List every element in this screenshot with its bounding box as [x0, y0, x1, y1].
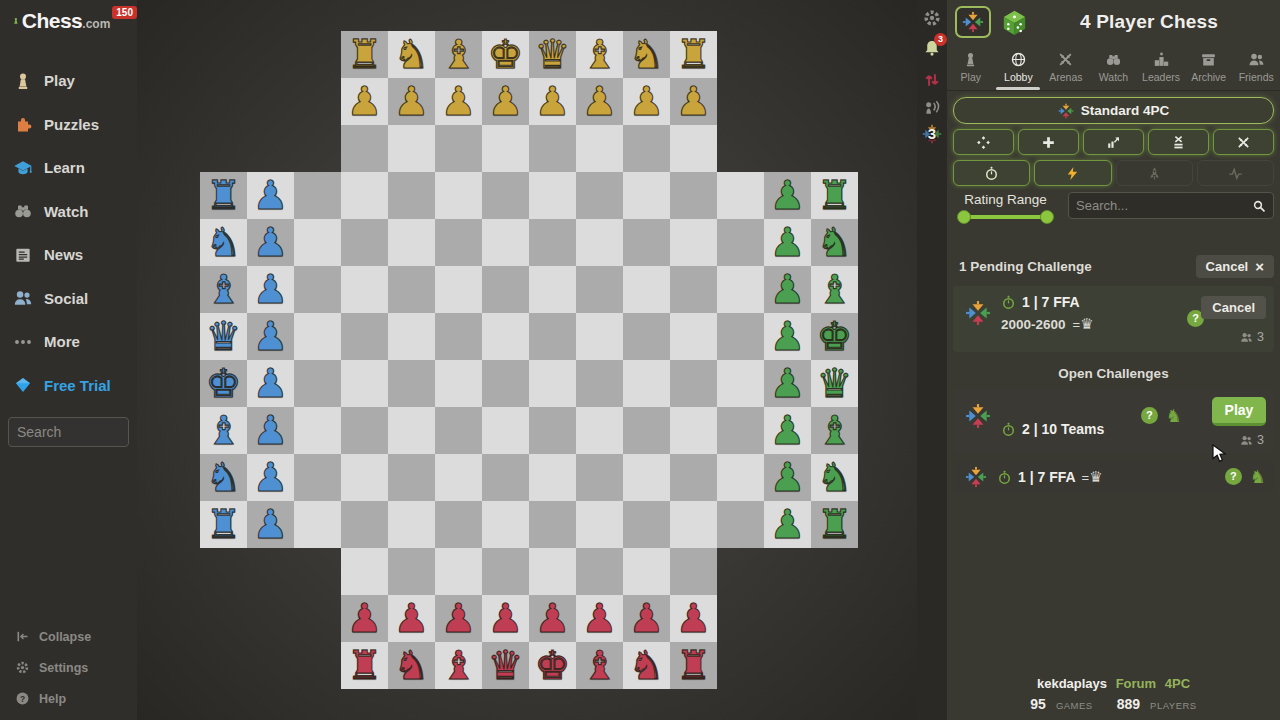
yellow-rook[interactable]: ♜ — [341, 31, 388, 78]
green-rook[interactable]: ♜ — [811, 172, 858, 219]
yellow-king[interactable]: ♚ — [482, 31, 529, 78]
square-r7-c9[interactable] — [576, 313, 623, 360]
square-r13-c11[interactable]: ♟ — [670, 595, 717, 642]
rail-4pc-button[interactable]: 3 — [922, 124, 942, 144]
square-r11-c9[interactable] — [576, 501, 623, 548]
square-r10-c3[interactable] — [294, 454, 341, 501]
square-r6-c9[interactable] — [576, 266, 623, 313]
square-r4-c3[interactable] — [294, 172, 341, 219]
square-r4-c11[interactable] — [670, 172, 717, 219]
red-rook[interactable]: ♜ — [670, 642, 717, 689]
square-r9-c9[interactable] — [576, 407, 623, 454]
square-r11-c14[interactable]: ♜ — [811, 501, 858, 548]
square-r4-c7[interactable] — [482, 172, 529, 219]
square-r9-c5[interactable] — [388, 407, 435, 454]
yellow-pawn[interactable]: ♟ — [388, 78, 435, 125]
square-r8-c9[interactable] — [576, 360, 623, 407]
square-r8-c5[interactable] — [388, 360, 435, 407]
square-r14-c6[interactable]: ♝ — [435, 642, 482, 689]
sidebar-item-free-trial[interactable]: Free Trial — [0, 364, 137, 408]
square-r5-c9[interactable] — [576, 219, 623, 266]
blue-knight[interactable]: ♞ — [200, 219, 247, 266]
sidebar-item-more[interactable]: More — [0, 320, 137, 364]
square-r9-c1[interactable]: ♝ — [200, 407, 247, 454]
red-pawn[interactable]: ♟ — [623, 595, 670, 642]
blue-knight[interactable]: ♞ — [200, 454, 247, 501]
dice-icon[interactable] — [1001, 9, 1028, 36]
square-r11-c7[interactable] — [482, 501, 529, 548]
yellow-pawn[interactable]: ♟ — [670, 78, 717, 125]
square-r7-c3[interactable] — [294, 313, 341, 360]
square-r8-c2[interactable]: ♟ — [247, 360, 294, 407]
square-r13-c3 — [294, 595, 341, 642]
cancel-all-button[interactable]: Cancel × — [1196, 255, 1274, 278]
square-r9-c12[interactable] — [717, 407, 764, 454]
sidebar-collapse-button[interactable]: Collapse — [0, 621, 137, 652]
sidebar-item-puzzles[interactable]: Puzzles — [0, 103, 137, 147]
square-r6-c12[interactable] — [717, 266, 764, 313]
players-icon — [1240, 331, 1253, 344]
square-r9-c2[interactable]: ♟ — [247, 407, 294, 454]
square-r14-c8[interactable]: ♚ — [529, 642, 576, 689]
square-r1-c3 — [294, 31, 341, 78]
square-r14-c3 — [294, 642, 341, 689]
square-r7-c7[interactable] — [482, 313, 529, 360]
square-r12-c10[interactable] — [623, 548, 670, 595]
square-r3-c3 — [294, 125, 341, 172]
filter-blitz-button[interactable] — [1034, 160, 1111, 186]
square-r8-c12[interactable] — [717, 360, 764, 407]
square-r4-c12[interactable] — [717, 172, 764, 219]
lobby-panel: 4 Player Chess PlayLobbyArenasWatchLeade… — [947, 0, 1280, 720]
square-r2-c7[interactable]: ♟ — [482, 78, 529, 125]
square-r5-c12[interactable] — [717, 219, 764, 266]
tab-leaders[interactable]: Leaders — [1137, 44, 1185, 90]
green-pawn[interactable]: ♟ — [764, 454, 811, 501]
red-bishop[interactable]: ♝ — [435, 642, 482, 689]
square-r1-c8[interactable]: ♛ — [529, 31, 576, 78]
square-r5-c1[interactable]: ♞ — [200, 219, 247, 266]
red-pawn[interactable]: ♟ — [529, 595, 576, 642]
sidebar-help-button[interactable]: Help — [0, 683, 137, 714]
square-r3-c2 — [247, 125, 294, 172]
square-r5-c7[interactable] — [482, 219, 529, 266]
square-r9-c14[interactable]: ♝ — [811, 407, 858, 454]
square-r4-c14[interactable]: ♜ — [811, 172, 858, 219]
play-button[interactable]: Play — [1212, 397, 1266, 426]
square-r5-c10[interactable] — [623, 219, 670, 266]
help-icon[interactable]: ? — [1141, 407, 1158, 424]
green-knight[interactable]: ♞ — [811, 219, 858, 266]
rail-broadcast-button[interactable] — [922, 98, 942, 118]
square-r6-c1[interactable]: ♝ — [200, 266, 247, 313]
search-icon[interactable] — [1252, 199, 1266, 213]
square-r10-c8[interactable] — [529, 454, 576, 501]
square-r12-c6[interactable] — [435, 548, 482, 595]
square-r9-c13[interactable]: ♟ — [764, 407, 811, 454]
tab-archive[interactable]: Archive — [1185, 44, 1233, 90]
square-r11-c2[interactable]: ♟ — [247, 501, 294, 548]
square-r1-c9[interactable]: ♝ — [576, 31, 623, 78]
square-r6-c4[interactable] — [341, 266, 388, 313]
square-r13-c7[interactable]: ♟ — [482, 595, 529, 642]
knight-icon[interactable]: ♞ — [1166, 407, 1182, 424]
square-r14-c10[interactable]: ♞ — [623, 642, 670, 689]
board-area: ♜♞♝♚♛♝♞♜♟♟♟♟♟♟♟♟♜♟♟♜♞♟♟♞♝♟♟♝♛♟♟♚♚♟♟♛♝♟♟♝… — [137, 0, 917, 720]
yellow-pawn[interactable]: ♟ — [529, 78, 576, 125]
yellow-pawn[interactable]: ♟ — [623, 78, 670, 125]
blue-pawn[interactable]: ♟ — [247, 454, 294, 501]
square-r5-c5[interactable] — [388, 219, 435, 266]
yellow-rook[interactable]: ♜ — [670, 31, 717, 78]
pending-player-count: 3 — [1240, 330, 1264, 344]
square-r10-c14[interactable]: ♞ — [811, 454, 858, 501]
filter-hyper-button[interactable] — [1197, 160, 1274, 186]
four-player-icon — [965, 300, 991, 326]
square-r1-c6[interactable]: ♝ — [435, 31, 482, 78]
filter-rated-button[interactable] — [1083, 129, 1144, 155]
square-r9-c11[interactable] — [670, 407, 717, 454]
chesscom-logo[interactable]: Chess .com 150 — [0, 0, 137, 39]
square-r6-c8[interactable] — [529, 266, 576, 313]
sidebar-item-learn[interactable]: Learn — [0, 146, 137, 190]
green-king[interactable]: ♚ — [811, 313, 858, 360]
square-r13-c4[interactable]: ♟ — [341, 595, 388, 642]
square-r13-c1 — [200, 595, 247, 642]
filter-unrated-button[interactable] — [1148, 129, 1209, 155]
square-r13-c5[interactable]: ♟ — [388, 595, 435, 642]
sidebar-search-input[interactable] — [8, 417, 129, 447]
tab-play[interactable]: Play — [947, 44, 995, 90]
blue-queen[interactable]: ♛ — [200, 313, 247, 360]
yellow-knight[interactable]: ♞ — [388, 31, 435, 78]
square-r4-c6[interactable] — [435, 172, 482, 219]
square-r10-c5[interactable] — [388, 454, 435, 501]
blue-bishop[interactable]: ♝ — [200, 266, 247, 313]
square-r3-c9[interactable] — [576, 125, 623, 172]
square-r10-c10[interactable] — [623, 454, 670, 501]
square-r10-c6[interactable] — [435, 454, 482, 501]
square-r7-c4[interactable] — [341, 313, 388, 360]
square-r2-c4[interactable]: ♟ — [341, 78, 388, 125]
rail-notifications-button[interactable]: 3 — [922, 38, 942, 58]
square-r11-c4[interactable] — [341, 501, 388, 548]
square-r11-c6[interactable] — [435, 501, 482, 548]
square-r4-c10[interactable] — [623, 172, 670, 219]
square-r7-c6[interactable] — [435, 313, 482, 360]
square-r3-c8[interactable] — [529, 125, 576, 172]
green-rook[interactable]: ♜ — [811, 501, 858, 548]
square-r6-c6[interactable] — [435, 266, 482, 313]
square-r11-c5[interactable] — [388, 501, 435, 548]
square-r6-c14[interactable]: ♝ — [811, 266, 858, 313]
square-r10-c1[interactable]: ♞ — [200, 454, 247, 501]
square-r12-c9[interactable] — [576, 548, 623, 595]
square-r4-c2[interactable]: ♟ — [247, 172, 294, 219]
square-r8-c8[interactable] — [529, 360, 576, 407]
square-r9-c4[interactable] — [341, 407, 388, 454]
red-pawn[interactable]: ♟ — [435, 595, 482, 642]
more-icon — [13, 332, 33, 352]
square-r1-c10[interactable]: ♞ — [623, 31, 670, 78]
square-r9-c10[interactable] — [623, 407, 670, 454]
red-knight[interactable]: ♞ — [623, 642, 670, 689]
square-r11-c3[interactable] — [294, 501, 341, 548]
square-r11-c11[interactable] — [670, 501, 717, 548]
green-pawn[interactable]: ♟ — [764, 266, 811, 313]
square-r14-c7[interactable]: ♛ — [482, 642, 529, 689]
yellow-pawn[interactable]: ♟ — [482, 78, 529, 125]
rail-swap-button[interactable] — [922, 70, 942, 90]
tab-arenas[interactable]: Arenas — [1042, 44, 1090, 90]
blue-rook[interactable]: ♜ — [200, 501, 247, 548]
pending-challenge-header: 1 Pending Challenge Cancel × — [953, 255, 1274, 278]
blue-rook[interactable]: ♜ — [200, 172, 247, 219]
yellow-pawn[interactable]: ♟ — [435, 78, 482, 125]
help-icon[interactable]: ? — [1225, 468, 1242, 485]
blue-pawn[interactable]: ♟ — [247, 313, 294, 360]
green-bishop[interactable]: ♝ — [811, 407, 858, 454]
square-r7-c1[interactable]: ♛ — [200, 313, 247, 360]
filter-solo-button[interactable] — [953, 129, 1014, 155]
square-r3-c5[interactable] — [388, 125, 435, 172]
square-r4-c9[interactable] — [576, 172, 623, 219]
filter-custom-button[interactable] — [1213, 129, 1274, 155]
square-r8-c14[interactable]: ♛ — [811, 360, 858, 407]
square-r6-c5[interactable] — [388, 266, 435, 313]
red-pawn[interactable]: ♟ — [482, 595, 529, 642]
green-bishop[interactable]: ♝ — [811, 266, 858, 313]
square-r14-c9[interactable]: ♝ — [576, 642, 623, 689]
red-pawn[interactable]: ♟ — [341, 595, 388, 642]
square-r2-c10[interactable]: ♟ — [623, 78, 670, 125]
square-r6-c7[interactable] — [482, 266, 529, 313]
standard-4pc-button[interactable]: Standard 4PC — [953, 97, 1274, 124]
square-r5-c3[interactable] — [294, 219, 341, 266]
green-pawn[interactable]: ♟ — [764, 501, 811, 548]
square-r12-c11[interactable] — [670, 548, 717, 595]
square-r10-c9[interactable] — [576, 454, 623, 501]
yellow-pawn[interactable]: ♟ — [341, 78, 388, 125]
square-r11-c8[interactable] — [529, 501, 576, 548]
sidebar-nav: PlayPuzzlesLearnWatchNewsSocialMoreFree … — [0, 59, 137, 407]
square-r5-c4[interactable] — [341, 219, 388, 266]
square-r7-c2[interactable]: ♟ — [247, 313, 294, 360]
square-r11-c1[interactable]: ♜ — [200, 501, 247, 548]
square-r6-c2[interactable]: ♟ — [247, 266, 294, 313]
rating-range-slider[interactable] — [953, 209, 1058, 225]
square-r6-c11[interactable] — [670, 266, 717, 313]
square-r11-c12[interactable] — [717, 501, 764, 548]
square-r5-c14[interactable]: ♞ — [811, 219, 858, 266]
blue-bishop[interactable]: ♝ — [200, 407, 247, 454]
red-queen[interactable]: ♛ — [482, 642, 529, 689]
square-r2-c8[interactable]: ♟ — [529, 78, 576, 125]
standard-4pc-label: Standard 4PC — [1081, 103, 1170, 118]
square-r1-c13 — [764, 31, 811, 78]
square-r9-c7[interactable] — [482, 407, 529, 454]
slider-handle-min[interactable] — [957, 210, 971, 224]
lobby-search-input[interactable] — [1076, 198, 1252, 213]
square-r12-c2 — [247, 548, 294, 595]
green-pawn[interactable]: ♟ — [764, 172, 811, 219]
rocket-icon — [1147, 166, 1162, 181]
square-r14-c4[interactable]: ♜ — [341, 642, 388, 689]
square-r4-c5[interactable] — [388, 172, 435, 219]
tab-label: Leaders — [1142, 71, 1180, 83]
green-pawn[interactable]: ♟ — [764, 219, 811, 266]
sidebar-item-play[interactable]: Play — [0, 59, 137, 103]
square-r2-c6[interactable]: ♟ — [435, 78, 482, 125]
green-pawn[interactable]: ♟ — [764, 360, 811, 407]
red-king[interactable]: ♚ — [529, 642, 576, 689]
square-r9-c3[interactable] — [294, 407, 341, 454]
square-r2-c11[interactable]: ♟ — [670, 78, 717, 125]
square-r13-c8[interactable]: ♟ — [529, 595, 576, 642]
green-queen[interactable]: ♛ — [811, 360, 858, 407]
sidebar-item-social[interactable]: Social — [0, 277, 137, 321]
variant-selector-button[interactable] — [955, 6, 991, 38]
rail-settings-button[interactable] — [922, 8, 942, 28]
square-r4-c1[interactable]: ♜ — [200, 172, 247, 219]
square-r10-c11[interactable] — [670, 454, 717, 501]
sidebar-item-news[interactable]: News — [0, 233, 137, 277]
cancel-challenge-button[interactable]: Cancel — [1201, 296, 1266, 319]
square-r11-c13[interactable]: ♟ — [764, 501, 811, 548]
square-r8-c3[interactable] — [294, 360, 341, 407]
square-r14-c11[interactable]: ♜ — [670, 642, 717, 689]
forum-4pc-link[interactable]: 4PC — [1165, 676, 1190, 691]
yellow-bishop[interactable]: ♝ — [576, 31, 623, 78]
filter-bullet-button[interactable] — [1116, 160, 1193, 186]
square-r8-c10[interactable] — [623, 360, 670, 407]
square-r5-c13[interactable]: ♟ — [764, 219, 811, 266]
yellow-bishop[interactable]: ♝ — [435, 31, 482, 78]
square-r3-c10[interactable] — [623, 125, 670, 172]
tab-label: Watch — [1099, 71, 1128, 83]
sidebar-settings-button[interactable]: Settings — [0, 652, 137, 683]
square-r14-c5[interactable]: ♞ — [388, 642, 435, 689]
square-r10-c13[interactable]: ♟ — [764, 454, 811, 501]
square-r1-c4[interactable]: ♜ — [341, 31, 388, 78]
square-r7-c13[interactable]: ♟ — [764, 313, 811, 360]
green-knight[interactable]: ♞ — [811, 454, 858, 501]
square-r12-c7[interactable] — [482, 548, 529, 595]
username[interactable]: kekdaplays — [1037, 676, 1107, 691]
square-r13-c10[interactable]: ♟ — [623, 595, 670, 642]
blue-pawn[interactable]: ♟ — [247, 407, 294, 454]
square-r1-c11[interactable]: ♜ — [670, 31, 717, 78]
square-r3-c4[interactable] — [341, 125, 388, 172]
square-r10-c12[interactable] — [717, 454, 764, 501]
tab-friends[interactable]: Friends — [1232, 44, 1280, 90]
square-r8-c1[interactable]: ♚ — [200, 360, 247, 407]
square-r2-c9[interactable]: ♟ — [576, 78, 623, 125]
square-r5-c8[interactable] — [529, 219, 576, 266]
square-r5-c11[interactable] — [670, 219, 717, 266]
square-r6-c3[interactable] — [294, 266, 341, 313]
square-r12-c4[interactable] — [341, 548, 388, 595]
blue-pawn[interactable]: ♟ — [247, 501, 294, 548]
blue-pawn[interactable]: ♟ — [247, 266, 294, 313]
red-knight[interactable]: ♞ — [388, 642, 435, 689]
tab-watch[interactable]: Watch — [1090, 44, 1138, 90]
tab-lobby[interactable]: Lobby — [995, 44, 1043, 90]
red-pawn[interactable]: ♟ — [576, 595, 623, 642]
red-bishop[interactable]: ♝ — [576, 642, 623, 689]
sidebar-item-watch[interactable]: Watch — [0, 190, 137, 234]
forum-link[interactable]: Forum — [1116, 676, 1156, 691]
tab-label: Arenas — [1049, 71, 1082, 83]
red-pawn[interactable]: ♟ — [670, 595, 717, 642]
square-r5-c2[interactable]: ♟ — [247, 219, 294, 266]
square-r8-c4[interactable] — [341, 360, 388, 407]
square-r3-c6[interactable] — [435, 125, 482, 172]
green-pawn[interactable]: ♟ — [764, 407, 811, 454]
open-1-time-control: 2 | 10 Teams — [1022, 421, 1104, 437]
square-r8-c6[interactable] — [435, 360, 482, 407]
square-r7-c14[interactable]: ♚ — [811, 313, 858, 360]
square-r8-c13[interactable]: ♟ — [764, 360, 811, 407]
blue-pawn[interactable]: ♟ — [247, 172, 294, 219]
knight-icon[interactable]: ♞ — [1250, 468, 1266, 485]
square-r10-c7[interactable] — [482, 454, 529, 501]
square-r13-c6[interactable]: ♟ — [435, 595, 482, 642]
square-r1-c5[interactable]: ♞ — [388, 31, 435, 78]
square-r1-c7[interactable]: ♚ — [482, 31, 529, 78]
red-rook[interactable]: ♜ — [341, 642, 388, 689]
square-r2-c5[interactable]: ♟ — [388, 78, 435, 125]
square-r6-c10[interactable] — [623, 266, 670, 313]
square-r9-c6[interactable] — [435, 407, 482, 454]
blue-pawn[interactable]: ♟ — [247, 360, 294, 407]
square-r8-c11[interactable] — [670, 360, 717, 407]
square-r4-c8[interactable] — [529, 172, 576, 219]
green-pawn[interactable]: ♟ — [764, 313, 811, 360]
filter-teams-button[interactable] — [1018, 129, 1079, 155]
square-r8-c7[interactable] — [482, 360, 529, 407]
square-r7-c8[interactable] — [529, 313, 576, 360]
red-pawn[interactable]: ♟ — [388, 595, 435, 642]
square-r7-c10[interactable] — [623, 313, 670, 360]
square-r3-c7[interactable] — [482, 125, 529, 172]
yellow-queen[interactable]: ♛ — [529, 31, 576, 78]
square-r3-c11[interactable] — [670, 125, 717, 172]
yellow-pawn[interactable]: ♟ — [576, 78, 623, 125]
blue-king[interactable]: ♚ — [200, 360, 247, 407]
filter-standard-time-button[interactable] — [953, 160, 1030, 186]
square-r7-c11[interactable] — [670, 313, 717, 360]
square-r13-c9[interactable]: ♟ — [576, 595, 623, 642]
blue-pawn[interactable]: ♟ — [247, 219, 294, 266]
square-r9-c8[interactable] — [529, 407, 576, 454]
square-r6-c13[interactable]: ♟ — [764, 266, 811, 313]
square-r5-c6[interactable] — [435, 219, 482, 266]
square-r10-c4[interactable] — [341, 454, 388, 501]
square-r12-c5[interactable] — [388, 548, 435, 595]
square-r12-c8[interactable] — [529, 548, 576, 595]
square-r11-c10[interactable] — [623, 501, 670, 548]
square-r7-c5[interactable] — [388, 313, 435, 360]
square-r4-c13[interactable]: ♟ — [764, 172, 811, 219]
yellow-knight[interactable]: ♞ — [623, 31, 670, 78]
square-r2-c2 — [247, 78, 294, 125]
square-r10-c2[interactable]: ♟ — [247, 454, 294, 501]
square-r7-c12[interactable] — [717, 313, 764, 360]
slider-handle-max[interactable] — [1040, 210, 1054, 224]
square-r4-c4[interactable] — [341, 172, 388, 219]
square-r13-c12 — [717, 595, 764, 642]
